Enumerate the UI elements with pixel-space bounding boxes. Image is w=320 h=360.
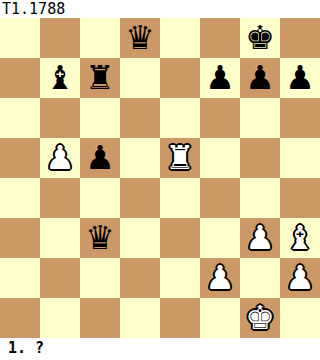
square-g1[interactable]: ♚	[240, 298, 280, 338]
square-a2[interactable]	[0, 258, 40, 298]
square-e7[interactable]	[160, 58, 200, 98]
puzzle-id: T1.1788	[0, 0, 320, 18]
square-h1[interactable]	[280, 298, 320, 338]
white-pawn[interactable]: ♟	[285, 261, 315, 294]
black-queen[interactable]: ♛	[85, 221, 115, 254]
square-e4[interactable]	[160, 178, 200, 218]
square-c2[interactable]	[80, 258, 120, 298]
square-h6[interactable]	[280, 98, 320, 138]
square-b5[interactable]: ♟	[40, 138, 80, 178]
square-b2[interactable]	[40, 258, 80, 298]
square-c4[interactable]	[80, 178, 120, 218]
square-d6[interactable]	[120, 98, 160, 138]
square-a7[interactable]	[0, 58, 40, 98]
black-king[interactable]: ♚	[245, 21, 275, 54]
square-d7[interactable]	[120, 58, 160, 98]
square-c1[interactable]	[80, 298, 120, 338]
square-b1[interactable]	[40, 298, 80, 338]
square-b6[interactable]	[40, 98, 80, 138]
square-e1[interactable]	[160, 298, 200, 338]
square-d8[interactable]: ♛	[120, 18, 160, 58]
square-g5[interactable]	[240, 138, 280, 178]
square-h7[interactable]: ♟	[280, 58, 320, 98]
square-c8[interactable]	[80, 18, 120, 58]
white-bishop[interactable]: ♝	[285, 221, 315, 254]
square-a8[interactable]	[0, 18, 40, 58]
square-h5[interactable]	[280, 138, 320, 178]
square-d5[interactable]	[120, 138, 160, 178]
square-g6[interactable]	[240, 98, 280, 138]
square-c6[interactable]	[80, 98, 120, 138]
black-rook[interactable]: ♜	[85, 61, 115, 94]
white-pawn[interactable]: ♟	[205, 261, 235, 294]
square-f8[interactable]	[200, 18, 240, 58]
square-f6[interactable]	[200, 98, 240, 138]
white-king[interactable]: ♚	[245, 301, 275, 334]
square-f4[interactable]	[200, 178, 240, 218]
square-c7[interactable]: ♜	[80, 58, 120, 98]
square-g8[interactable]: ♚	[240, 18, 280, 58]
square-b7[interactable]: ♝	[40, 58, 80, 98]
black-pawn[interactable]: ♟	[205, 61, 235, 94]
black-pawn[interactable]: ♟	[245, 61, 275, 94]
square-e8[interactable]	[160, 18, 200, 58]
square-e3[interactable]	[160, 218, 200, 258]
white-rook[interactable]: ♜	[165, 141, 195, 174]
square-a5[interactable]	[0, 138, 40, 178]
square-a1[interactable]	[0, 298, 40, 338]
square-g7[interactable]: ♟	[240, 58, 280, 98]
square-d3[interactable]	[120, 218, 160, 258]
square-c3[interactable]: ♛	[80, 218, 120, 258]
square-f2[interactable]: ♟	[200, 258, 240, 298]
white-pawn[interactable]: ♟	[245, 221, 275, 254]
black-pawn[interactable]: ♟	[85, 141, 115, 174]
square-g4[interactable]	[240, 178, 280, 218]
square-f1[interactable]	[200, 298, 240, 338]
square-g3[interactable]: ♟	[240, 218, 280, 258]
square-h8[interactable]	[280, 18, 320, 58]
square-c5[interactable]: ♟	[80, 138, 120, 178]
square-e2[interactable]	[160, 258, 200, 298]
chess-puzzle-window: T1.1788 ♛♚♝♜♟♟♟♟♟♜♛♟♝♟♟♚ 1. ?	[0, 0, 320, 360]
square-d4[interactable]	[120, 178, 160, 218]
square-d2[interactable]	[120, 258, 160, 298]
square-a4[interactable]	[0, 178, 40, 218]
square-f3[interactable]	[200, 218, 240, 258]
square-e5[interactable]: ♜	[160, 138, 200, 178]
square-f5[interactable]	[200, 138, 240, 178]
square-b4[interactable]	[40, 178, 80, 218]
black-bishop[interactable]: ♝	[45, 61, 75, 94]
black-queen[interactable]: ♛	[125, 21, 155, 54]
square-f7[interactable]: ♟	[200, 58, 240, 98]
white-pawn[interactable]: ♟	[45, 141, 75, 174]
square-b8[interactable]	[40, 18, 80, 58]
black-pawn[interactable]: ♟	[285, 61, 315, 94]
square-h3[interactable]: ♝	[280, 218, 320, 258]
square-a6[interactable]	[0, 98, 40, 138]
move-prompt: 1. ?	[0, 338, 320, 360]
square-d1[interactable]	[120, 298, 160, 338]
square-a3[interactable]	[0, 218, 40, 258]
chess-board: ♛♚♝♜♟♟♟♟♟♜♛♟♝♟♟♚	[0, 18, 320, 338]
square-b3[interactable]	[40, 218, 80, 258]
square-e6[interactable]	[160, 98, 200, 138]
square-h4[interactable]	[280, 178, 320, 218]
square-g2[interactable]	[240, 258, 280, 298]
square-h2[interactable]: ♟	[280, 258, 320, 298]
